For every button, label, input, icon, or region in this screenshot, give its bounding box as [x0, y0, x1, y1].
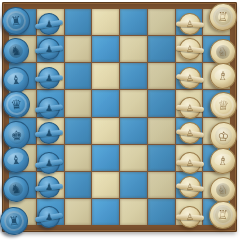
- square-a3[interactable]: [65, 9, 92, 35]
- piece-glyph: ♝: [10, 154, 22, 167]
- piece-glyph: ♙: [186, 212, 194, 221]
- square-b6[interactable]: [148, 36, 175, 62]
- square-b3[interactable]: [65, 36, 92, 62]
- wood-bishop-piece[interactable]: ♗: [209, 147, 237, 175]
- square-c6[interactable]: [148, 63, 175, 89]
- square-c4[interactable]: [92, 63, 119, 89]
- square-f3[interactable]: [65, 145, 92, 171]
- square-b5[interactable]: [120, 36, 147, 62]
- piece-glyph: ♕: [217, 99, 230, 113]
- piece-glyph: ♟: [45, 44, 53, 53]
- piece-glyph: ♞: [10, 183, 22, 196]
- piece-glyph: ♙: [186, 158, 194, 167]
- piece-glyph: ♗: [217, 155, 229, 168]
- square-h4[interactable]: [92, 199, 119, 225]
- square-e4[interactable]: [92, 118, 119, 144]
- wood-knight-piece[interactable]: ♘: [209, 176, 237, 204]
- piece-glyph: ♝: [10, 74, 22, 87]
- piece-glyph: ♙: [186, 182, 194, 191]
- square-d3[interactable]: [65, 90, 92, 116]
- square-d5[interactable]: [120, 90, 147, 116]
- square-a4[interactable]: [92, 9, 119, 35]
- square-e5[interactable]: [120, 118, 147, 144]
- square-f4[interactable]: [92, 145, 119, 171]
- piece-glyph: ♜: [10, 15, 22, 28]
- square-c5[interactable]: [120, 63, 147, 89]
- square-h5[interactable]: [120, 199, 147, 225]
- piece-glyph: ♟: [45, 182, 53, 191]
- blue-pawn-piece[interactable]: ♟: [38, 96, 60, 118]
- square-e6[interactable]: [148, 118, 175, 144]
- piece-glyph: ♛: [10, 98, 23, 112]
- piece-glyph: ♟: [45, 128, 53, 137]
- square-f6[interactable]: [148, 145, 175, 171]
- square-e3[interactable]: [65, 118, 92, 144]
- piece-glyph: ♟: [45, 212, 53, 221]
- square-h6[interactable]: [148, 199, 175, 225]
- chess-board: ♜♟♙♖♞♟♙♘♝♟♙♗♛♟♙♕♚♟♙♔♝♟♙♗♞♟♙♘♜♟♙♖: [2, 2, 237, 232]
- piece-glyph: ♖: [217, 209, 229, 222]
- piece-glyph: ♘: [217, 184, 229, 197]
- piece-glyph: ♞: [10, 45, 22, 58]
- piece-glyph: ♖: [217, 11, 229, 24]
- square-g6[interactable]: [148, 172, 175, 198]
- square-h3[interactable]: [65, 199, 92, 225]
- piece-glyph: ♔: [217, 129, 230, 143]
- square-d6[interactable]: [148, 90, 175, 116]
- piece-glyph: ♟: [45, 103, 53, 112]
- square-a6[interactable]: [148, 9, 175, 35]
- square-b4[interactable]: [92, 36, 119, 62]
- piece-glyph: ♘: [217, 46, 229, 59]
- piece-glyph: ♚: [10, 128, 23, 142]
- piece-glyph: ♟: [45, 73, 53, 82]
- square-c3[interactable]: [65, 63, 92, 89]
- wood-pawn-piece[interactable]: ♙: [178, 96, 201, 119]
- piece-glyph: ♙: [186, 128, 194, 137]
- square-g3[interactable]: [65, 172, 92, 198]
- square-f5[interactable]: [120, 145, 147, 171]
- piece-glyph: ♙: [186, 73, 194, 82]
- wood-bishop-piece[interactable]: ♗: [209, 62, 237, 90]
- square-d4[interactable]: [92, 90, 119, 116]
- square-g4[interactable]: [92, 172, 119, 198]
- piece-glyph: ♟: [45, 19, 53, 28]
- wood-knight-piece[interactable]: ♘: [209, 38, 237, 66]
- piece-glyph: ♜: [8, 215, 20, 228]
- square-g5[interactable]: [120, 172, 147, 198]
- square-a5[interactable]: [120, 9, 147, 35]
- piece-glyph: ♟: [45, 158, 53, 167]
- piece-glyph: ♗: [217, 70, 229, 83]
- piece-glyph: ♙: [186, 44, 194, 53]
- product-photo: ♜♟♙♖♞♟♙♘♝♟♙♗♛♟♙♕♚♟♙♔♝♟♙♗♞♟♙♘♜♟♙♖: [0, 0, 240, 240]
- piece-glyph: ♙: [186, 103, 194, 112]
- wood-rook-piece[interactable]: ♖: [208, 200, 238, 230]
- piece-glyph: ♙: [186, 19, 194, 28]
